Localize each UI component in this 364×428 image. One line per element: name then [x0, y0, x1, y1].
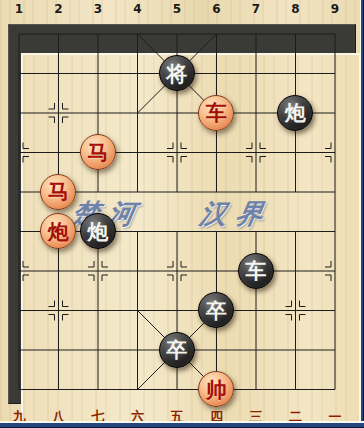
black-chariot[interactable]: 车	[238, 253, 274, 289]
black-cannon[interactable]: 炮	[80, 213, 116, 249]
window-edge-right	[360, 0, 364, 428]
black-soldier[interactable]: 卒	[159, 332, 195, 368]
pieces-grid: 将车炮马马炮炮车卒卒帅	[0, 14, 355, 409]
red-horse[interactable]: 马	[40, 174, 76, 210]
red-chariot[interactable]: 车	[198, 95, 234, 131]
red-cannon[interactable]: 炮	[40, 213, 76, 249]
black-cannon[interactable]: 炮	[277, 95, 313, 131]
xiangqi-board-window: 123456789 楚河 汉界 将车炮马马炮炮车卒卒帅 九八七六五四三二一	[0, 0, 364, 428]
red-general[interactable]: 帅	[198, 371, 234, 407]
window-edge-bottom	[0, 421, 364, 428]
black-soldier[interactable]: 卒	[198, 292, 234, 328]
red-horse[interactable]: 马	[80, 134, 116, 170]
black-general[interactable]: 将	[159, 55, 195, 91]
